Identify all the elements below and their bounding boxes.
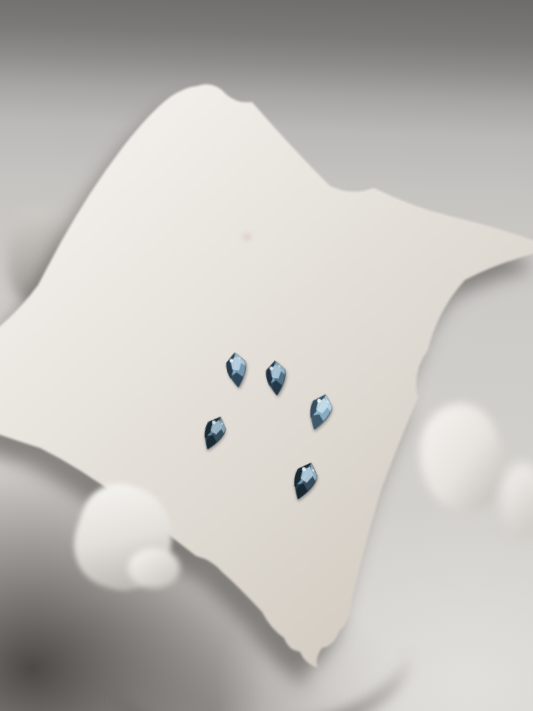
gem-1 xyxy=(220,350,253,391)
stand-ornament-bottom-left-small xyxy=(128,548,180,588)
gem-2 xyxy=(261,357,291,398)
tray-blemish-spot xyxy=(242,233,252,241)
photo-canvas xyxy=(0,0,533,711)
display-tray xyxy=(0,0,533,711)
